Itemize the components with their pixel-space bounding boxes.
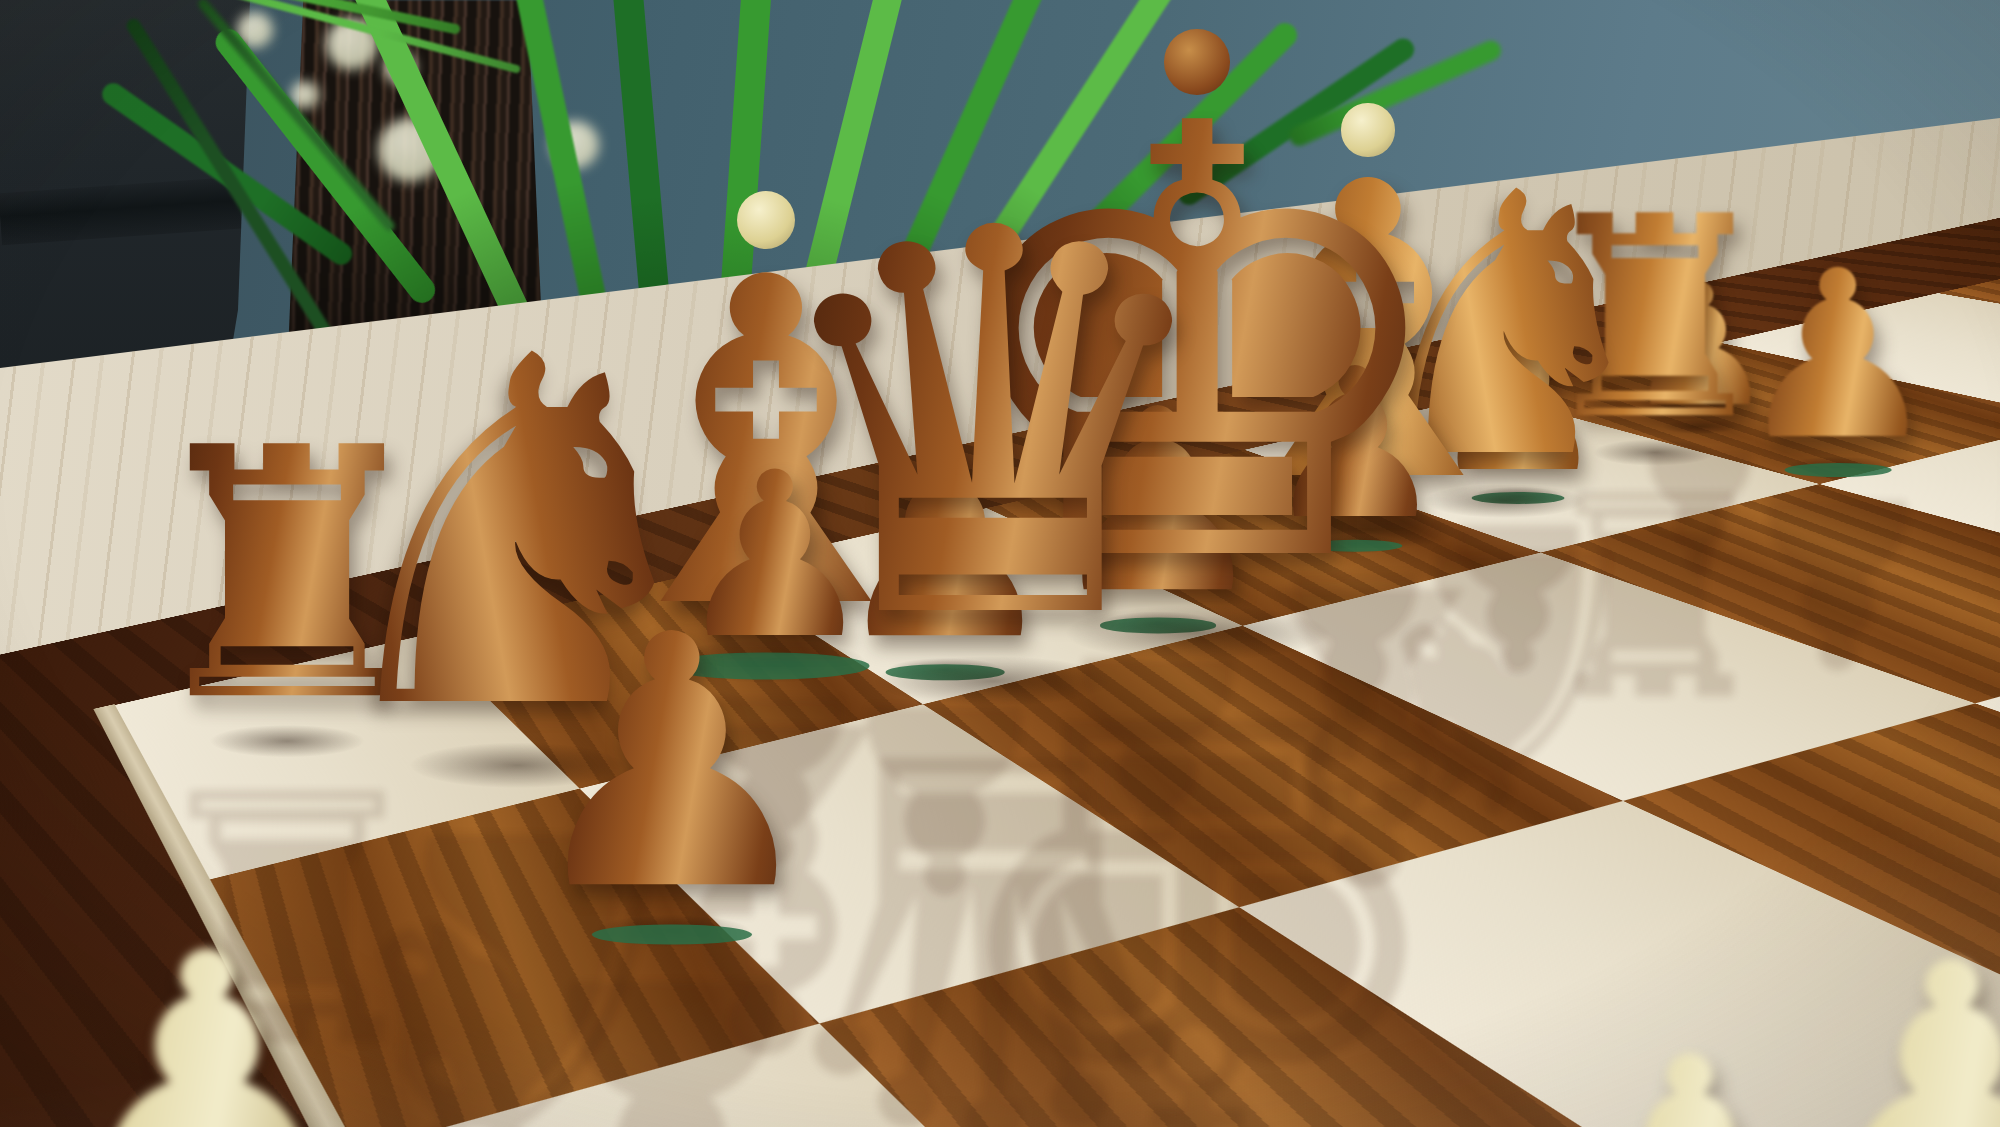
black-pawn-1: ♟♟ xyxy=(516,590,828,938)
white-pawn-glyph: ♟ xyxy=(1562,1020,1818,1127)
wood-finial-ball xyxy=(1164,29,1229,94)
pieces-layer: ♜♜♞♞♝♝♛♛♚♚♝♝♞♞♜♜♟♟♟♟♟♟♟♟♟♟♟♟♟♟♟♟♟♟♟♟♟♟ xyxy=(0,0,2000,1127)
chess-photo-scene: ♜♜♞♞♝♝♛♛♚♚♝♝♞♞♜♜♟♟♟♟♟♟♟♟♟♟♟♟♟♟♟♟♟♟♟♟♟♟ xyxy=(0,0,2000,1127)
white-pawn-glyph: ♟ xyxy=(1802,920,2000,1127)
black-pawn-glyph: ♟ xyxy=(1734,240,1942,472)
piece-reflection: ♟ xyxy=(1734,465,1942,697)
black-pawn-8: ♟♟ xyxy=(1734,240,1942,472)
white-pawn-glyph: ♟ xyxy=(57,910,357,1127)
white-pawn-1: ♟♟ xyxy=(57,910,357,1127)
white-pawn-3: ♟♟ xyxy=(1802,920,2000,1127)
piece-reflection: ♟ xyxy=(516,928,828,1127)
black-pawn-glyph: ♟ xyxy=(516,590,828,938)
white-pawn-2: ♟♟ xyxy=(1562,1020,1818,1127)
